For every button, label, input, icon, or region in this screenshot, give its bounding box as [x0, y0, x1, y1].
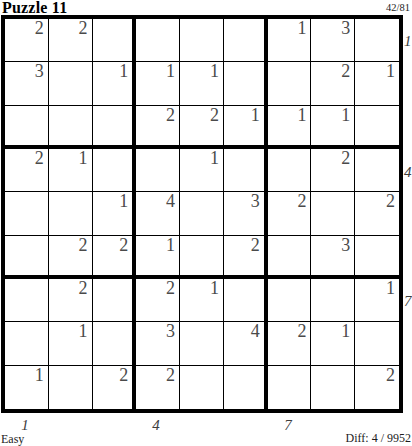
cell-r7c1[interactable] [5, 279, 49, 322]
column-label-7: 7 [284, 417, 292, 434]
puzzle-page: { "game": "krazydad-style 9x9 logic puzz… [0, 0, 412, 446]
cell-r8c4[interactable]: 3 [136, 322, 180, 365]
cell-r3c3[interactable] [93, 106, 137, 149]
cell-r8c3[interactable] [93, 322, 137, 365]
cell-r9c1[interactable]: 1 [5, 366, 49, 409]
cell-r1c3[interactable] [93, 19, 137, 62]
cell-r3c9[interactable] [355, 106, 399, 149]
cell-r6c1[interactable] [5, 236, 49, 279]
cell-r5c9[interactable]: 2 [355, 192, 399, 235]
cell-r7c2[interactable]: 2 [49, 279, 93, 322]
cell-r6c4[interactable]: 1 [136, 236, 180, 279]
cell-r2c7[interactable] [268, 62, 312, 105]
cell-r6c8[interactable]: 3 [311, 236, 355, 279]
cell-r8c6[interactable]: 4 [224, 322, 268, 365]
cell-r7c5[interactable]: 1 [180, 279, 224, 322]
cell-r3c8[interactable]: 1 [311, 106, 355, 149]
cell-r7c6[interactable] [224, 279, 268, 322]
cell-r5c1[interactable] [5, 192, 49, 235]
cell-r1c1[interactable]: 2 [5, 19, 49, 62]
cell-r1c4[interactable] [136, 19, 180, 62]
cell-r1c5[interactable] [180, 19, 224, 62]
cell-r3c5[interactable]: 2 [180, 106, 224, 149]
cell-r2c1[interactable]: 3 [5, 62, 49, 105]
cell-r7c9[interactable]: 1 [355, 279, 399, 322]
cell-r5c7[interactable]: 2 [268, 192, 312, 235]
cell-r4c7[interactable] [268, 149, 312, 192]
cell-r7c7[interactable] [268, 279, 312, 322]
cell-r5c6[interactable]: 3 [224, 192, 268, 235]
cell-r4c3[interactable] [93, 149, 137, 192]
cell-r2c9[interactable]: 1 [355, 62, 399, 105]
cell-r1c8[interactable]: 3 [311, 19, 355, 62]
cell-r2c5[interactable]: 1 [180, 62, 224, 105]
cell-r6c2[interactable]: 2 [49, 236, 93, 279]
cell-r7c3[interactable] [93, 279, 137, 322]
cell-r6c3[interactable]: 2 [93, 236, 137, 279]
cell-r4c4[interactable] [136, 149, 180, 192]
cell-r5c4[interactable]: 4 [136, 192, 180, 235]
cell-r4c6[interactable] [224, 149, 268, 192]
cell-r5c8[interactable] [311, 192, 355, 235]
cell-r9c2[interactable] [49, 366, 93, 409]
cell-r1c2[interactable]: 2 [49, 19, 93, 62]
cell-r8c1[interactable] [5, 322, 49, 365]
cell-r3c2[interactable] [49, 106, 93, 149]
cell-r3c7[interactable]: 1 [268, 106, 312, 149]
cell-r8c9[interactable] [355, 322, 399, 365]
cell-r8c2[interactable]: 1 [49, 322, 93, 365]
cell-r9c3[interactable]: 2 [93, 366, 137, 409]
cell-r8c8[interactable]: 1 [311, 322, 355, 365]
cell-r3c4[interactable]: 2 [136, 106, 180, 149]
cell-r3c6[interactable]: 1 [224, 106, 268, 149]
cell-r2c2[interactable] [49, 62, 93, 105]
cell-r6c9[interactable] [355, 236, 399, 279]
cell-r4c9[interactable] [355, 149, 399, 192]
cell-r6c7[interactable] [268, 236, 312, 279]
cell-r4c1[interactable]: 2 [5, 149, 49, 192]
difficulty-rating: Diff: 4 / 9952 [346, 431, 411, 446]
row-label-4: 4 [404, 164, 412, 181]
cell-r1c9[interactable] [355, 19, 399, 62]
clue-count: 42/81 [386, 2, 410, 13]
cell-r4c8[interactable]: 2 [311, 149, 355, 192]
cell-r4c5[interactable]: 1 [180, 149, 224, 192]
cell-r2c3[interactable]: 1 [93, 62, 137, 105]
cell-r6c6[interactable]: 2 [224, 236, 268, 279]
puzzle-board: 2213311121221112112143222212322111342112… [1, 15, 403, 413]
column-label-4: 4 [152, 417, 160, 434]
cell-r1c6[interactable] [224, 19, 268, 62]
cell-r9c5[interactable] [180, 366, 224, 409]
row-label-1: 1 [404, 33, 412, 50]
row-label-7: 7 [404, 293, 412, 310]
cell-r9c6[interactable] [224, 366, 268, 409]
cell-r2c8[interactable]: 2 [311, 62, 355, 105]
cell-r3c1[interactable] [5, 106, 49, 149]
cell-r5c5[interactable] [180, 192, 224, 235]
cell-r5c3[interactable]: 1 [93, 192, 137, 235]
cell-r7c8[interactable] [311, 279, 355, 322]
cell-r7c4[interactable]: 2 [136, 279, 180, 322]
cell-r2c6[interactable] [224, 62, 268, 105]
cell-r1c7[interactable]: 1 [268, 19, 312, 62]
cell-r9c8[interactable] [311, 366, 355, 409]
cell-r8c7[interactable]: 2 [268, 322, 312, 365]
cell-r9c4[interactable]: 2 [136, 366, 180, 409]
cell-r9c7[interactable] [268, 366, 312, 409]
cell-r6c5[interactable] [180, 236, 224, 279]
cell-r5c2[interactable] [49, 192, 93, 235]
cell-r9c9[interactable]: 2 [355, 366, 399, 409]
difficulty-label: Easy [1, 432, 24, 446]
cell-r4c2[interactable]: 1 [49, 149, 93, 192]
cell-r8c5[interactable] [180, 322, 224, 365]
cell-r2c4[interactable]: 1 [136, 62, 180, 105]
